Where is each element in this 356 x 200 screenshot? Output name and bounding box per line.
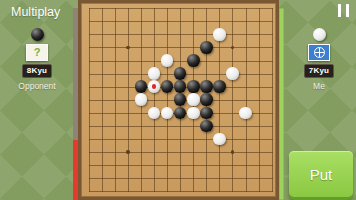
question-mark-icon: ?	[34, 47, 41, 58]
my-rank-badge: 7Kyu	[304, 64, 334, 78]
stone-black	[200, 41, 213, 54]
stone-black	[174, 80, 187, 93]
stone-white	[161, 107, 174, 120]
stone-white	[135, 93, 148, 106]
last-move-marker	[152, 84, 157, 89]
star-point	[126, 150, 129, 153]
stone-black	[135, 80, 148, 93]
white-stone-icon	[313, 28, 326, 41]
gomoku-board[interactable]	[78, 0, 279, 200]
opponent-avatar[interactable]: ?	[26, 44, 48, 61]
un-globe-icon	[314, 47, 325, 58]
stone-white	[187, 107, 200, 120]
stone-white	[239, 107, 252, 120]
opponent-label: Opponent	[18, 81, 55, 91]
stone-white	[148, 67, 161, 80]
star-point	[231, 46, 234, 49]
stone-white	[226, 67, 239, 80]
stone-black	[213, 80, 226, 93]
stone-black	[200, 80, 213, 93]
stone-black	[200, 93, 213, 106]
my-label: Me	[313, 81, 325, 91]
grid-line-vertical	[272, 8, 273, 192]
stone-black	[174, 93, 187, 106]
game-screen: Multiplay ? 8Kyu Opponent 7Kyu Me Put	[0, 0, 356, 200]
stone-white	[213, 133, 226, 146]
grid-line-horizontal	[89, 165, 273, 166]
stone-black	[187, 54, 200, 67]
star-point	[126, 46, 129, 49]
stone-white	[187, 93, 200, 106]
star-point	[231, 150, 234, 153]
my-avatar[interactable]	[308, 44, 330, 61]
stone-black	[200, 107, 213, 120]
black-stone-icon	[31, 28, 44, 41]
opponent-rank-badge: 8Kyu	[22, 64, 52, 78]
put-button[interactable]: Put	[289, 151, 353, 197]
grid-line-horizontal	[89, 191, 273, 192]
stone-black	[174, 107, 187, 120]
grid-line-vertical	[259, 8, 260, 192]
stone-white	[148, 107, 161, 120]
stone-black	[187, 80, 200, 93]
stone-black	[174, 67, 187, 80]
grid-line-horizontal	[89, 178, 273, 179]
stone-black	[161, 80, 174, 93]
opponent-panel: ? 8Kyu Opponent	[0, 0, 74, 200]
stone-black	[200, 120, 213, 133]
stone-white	[161, 54, 174, 67]
stone-white	[148, 80, 161, 93]
stone-white	[213, 28, 226, 41]
